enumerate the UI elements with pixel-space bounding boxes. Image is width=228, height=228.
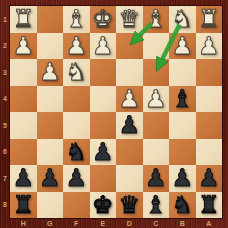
file-label-e: E xyxy=(90,218,117,228)
square-c7[interactable]: ♟ xyxy=(143,165,170,192)
rank-label-7: 7 xyxy=(0,165,10,192)
square-e5[interactable] xyxy=(90,112,117,139)
piece-white-bishop[interactable]: ♝ xyxy=(65,6,87,33)
square-c3[interactable] xyxy=(143,59,170,86)
piece-black-pawn[interactable]: ♟ xyxy=(12,165,34,192)
piece-white-king[interactable]: ♚ xyxy=(92,6,114,33)
square-f8[interactable] xyxy=(63,192,90,219)
square-b4[interactable]: ♝ xyxy=(169,86,196,113)
square-g1[interactable] xyxy=(37,6,64,33)
piece-black-bishop[interactable]: ♝ xyxy=(171,86,193,113)
square-a5[interactable] xyxy=(196,112,223,139)
piece-white-pawn[interactable]: ♟ xyxy=(65,33,87,60)
square-f3[interactable]: ♞ xyxy=(63,59,90,86)
piece-black-king[interactable]: ♚ xyxy=(92,192,114,219)
square-h3[interactable] xyxy=(10,59,37,86)
square-f1[interactable]: ♝ xyxy=(63,6,90,33)
square-e7[interactable] xyxy=(90,165,117,192)
piece-black-knight[interactable]: ♞ xyxy=(171,192,193,219)
square-g6[interactable] xyxy=(37,139,64,166)
square-b1[interactable]: ♞ xyxy=(169,6,196,33)
board-grid: ♜♝♚♛♝♞♜♟♟♟♟♟♟♞♟♟♝♟♞♟♟♟♟♟♟♟♜♚♛♝♞♜ xyxy=(10,6,222,218)
square-g3[interactable]: ♟ xyxy=(37,59,64,86)
square-b3[interactable] xyxy=(169,59,196,86)
square-h4[interactable] xyxy=(10,86,37,113)
piece-black-pawn[interactable]: ♟ xyxy=(65,165,87,192)
piece-white-pawn[interactable]: ♟ xyxy=(171,33,193,60)
piece-white-knight[interactable]: ♞ xyxy=(65,59,87,86)
chess-board-widget: 12345678 HGFEDCBA ♜♝♚♛♝♞♜♟♟♟♟♟♟♞♟♟♝♟♞♟♟♟… xyxy=(0,0,228,228)
square-c4[interactable]: ♟ xyxy=(143,86,170,113)
piece-black-pawn[interactable]: ♟ xyxy=(198,165,220,192)
file-label-f: F xyxy=(63,218,90,228)
piece-white-bishop[interactable]: ♝ xyxy=(145,6,167,33)
square-c2[interactable] xyxy=(143,33,170,60)
piece-white-pawn[interactable]: ♟ xyxy=(198,33,220,60)
square-h1[interactable]: ♜ xyxy=(10,6,37,33)
square-b7[interactable]: ♟ xyxy=(169,165,196,192)
square-e1[interactable]: ♚ xyxy=(90,6,117,33)
square-h7[interactable]: ♟ xyxy=(10,165,37,192)
square-c8[interactable]: ♝ xyxy=(143,192,170,219)
square-f7[interactable]: ♟ xyxy=(63,165,90,192)
square-a3[interactable] xyxy=(196,59,223,86)
piece-white-knight[interactable]: ♞ xyxy=(171,6,193,33)
rank-label-3: 3 xyxy=(0,59,10,86)
piece-black-rook[interactable]: ♜ xyxy=(12,192,34,219)
square-d2[interactable] xyxy=(116,33,143,60)
square-e3[interactable] xyxy=(90,59,117,86)
square-g2[interactable] xyxy=(37,33,64,60)
rank-labels: 12345678 xyxy=(0,6,10,218)
file-label-g: G xyxy=(37,218,64,228)
square-a2[interactable]: ♟ xyxy=(196,33,223,60)
square-e2[interactable]: ♟ xyxy=(90,33,117,60)
piece-black-pawn[interactable]: ♟ xyxy=(92,139,114,166)
square-d8[interactable]: ♛ xyxy=(116,192,143,219)
square-g8[interactable] xyxy=(37,192,64,219)
piece-white-pawn[interactable]: ♟ xyxy=(118,86,140,113)
square-c6[interactable] xyxy=(143,139,170,166)
file-label-a: A xyxy=(196,218,223,228)
square-c1[interactable]: ♝ xyxy=(143,6,170,33)
file-label-d: D xyxy=(116,218,143,228)
rank-label-2: 2 xyxy=(0,33,10,60)
piece-white-queen[interactable]: ♛ xyxy=(118,6,140,33)
file-label-h: H xyxy=(10,218,37,228)
rank-label-5: 5 xyxy=(0,112,10,139)
rank-label-8: 8 xyxy=(0,192,10,219)
square-h2[interactable]: ♟ xyxy=(10,33,37,60)
rank-label-4: 4 xyxy=(0,86,10,113)
square-d5[interactable]: ♟ xyxy=(116,112,143,139)
square-b5[interactable] xyxy=(169,112,196,139)
piece-white-rook[interactable]: ♜ xyxy=(12,6,34,33)
square-a6[interactable] xyxy=(196,139,223,166)
square-f4[interactable] xyxy=(63,86,90,113)
square-h8[interactable]: ♜ xyxy=(10,192,37,219)
file-label-c: C xyxy=(143,218,170,228)
square-e4[interactable] xyxy=(90,86,117,113)
square-f6[interactable]: ♞ xyxy=(63,139,90,166)
square-a7[interactable]: ♟ xyxy=(196,165,223,192)
file-label-b: B xyxy=(169,218,196,228)
square-d3[interactable] xyxy=(116,59,143,86)
square-a1[interactable]: ♜ xyxy=(196,6,223,33)
square-g4[interactable] xyxy=(37,86,64,113)
piece-black-pawn[interactable]: ♟ xyxy=(39,165,61,192)
square-e8[interactable]: ♚ xyxy=(90,192,117,219)
piece-black-rook[interactable]: ♜ xyxy=(198,192,220,219)
square-h5[interactable] xyxy=(10,112,37,139)
square-b6[interactable] xyxy=(169,139,196,166)
square-d7[interactable] xyxy=(116,165,143,192)
rank-label-1: 1 xyxy=(0,6,10,33)
piece-black-pawn[interactable]: ♟ xyxy=(171,165,193,192)
piece-white-pawn[interactable]: ♟ xyxy=(92,33,114,60)
piece-white-pawn[interactable]: ♟ xyxy=(145,86,167,113)
square-g7[interactable]: ♟ xyxy=(37,165,64,192)
piece-white-pawn[interactable]: ♟ xyxy=(39,59,61,86)
square-e6[interactable]: ♟ xyxy=(90,139,117,166)
piece-black-bishop[interactable]: ♝ xyxy=(145,192,167,219)
square-f5[interactable] xyxy=(63,112,90,139)
piece-white-pawn[interactable]: ♟ xyxy=(12,33,34,60)
square-b2[interactable]: ♟ xyxy=(169,33,196,60)
square-f2[interactable]: ♟ xyxy=(63,33,90,60)
square-b8[interactable]: ♞ xyxy=(169,192,196,219)
square-c5[interactable] xyxy=(143,112,170,139)
piece-black-knight[interactable]: ♞ xyxy=(65,139,87,166)
square-a4[interactable] xyxy=(196,86,223,113)
square-d6[interactable] xyxy=(116,139,143,166)
piece-white-rook[interactable]: ♜ xyxy=(198,6,220,33)
square-h6[interactable] xyxy=(10,139,37,166)
square-d4[interactable]: ♟ xyxy=(116,86,143,113)
square-a8[interactable]: ♜ xyxy=(196,192,223,219)
piece-black-queen[interactable]: ♛ xyxy=(118,192,140,219)
piece-black-pawn[interactable]: ♟ xyxy=(145,165,167,192)
rank-label-6: 6 xyxy=(0,139,10,166)
square-d1[interactable]: ♛ xyxy=(116,6,143,33)
file-labels: HGFEDCBA xyxy=(10,218,222,228)
square-g5[interactable] xyxy=(37,112,64,139)
piece-black-pawn[interactable]: ♟ xyxy=(118,112,140,139)
